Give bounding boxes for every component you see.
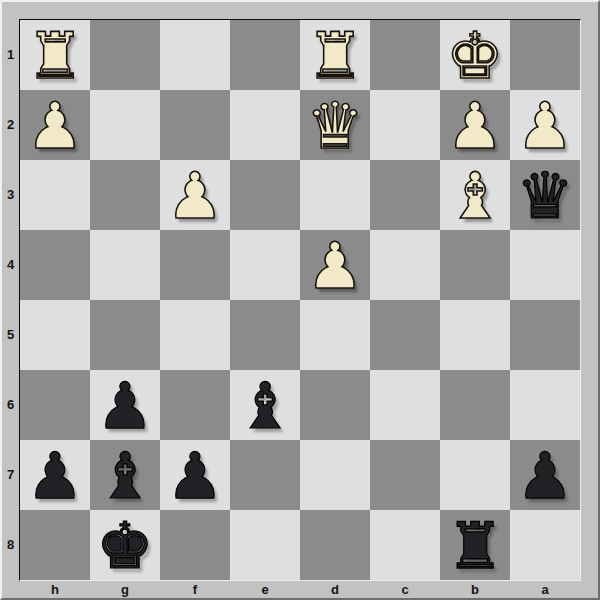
rank-label-2: 2: [2, 90, 19, 160]
square-b6[interactable]: [440, 370, 510, 440]
square-c5[interactable]: [370, 300, 440, 370]
square-g1[interactable]: [90, 20, 160, 90]
white-pawn[interactable]: ♟: [440, 90, 510, 160]
square-d3[interactable]: [300, 160, 370, 230]
square-b1[interactable]: ♚: [440, 20, 510, 90]
square-d5[interactable]: [300, 300, 370, 370]
square-f6[interactable]: [160, 370, 230, 440]
square-e5[interactable]: [230, 300, 300, 370]
square-c6[interactable]: [370, 370, 440, 440]
square-e2[interactable]: [230, 90, 300, 160]
file-label-c: c: [370, 581, 440, 598]
square-b3[interactable]: ♝: [440, 160, 510, 230]
rank-label-3: 3: [2, 160, 19, 230]
black-pawn[interactable]: ♟: [90, 370, 160, 440]
square-f5[interactable]: [160, 300, 230, 370]
square-e4[interactable]: [230, 230, 300, 300]
black-pawn[interactable]: ♟: [20, 440, 90, 510]
square-c4[interactable]: [370, 230, 440, 300]
file-label-e: e: [230, 581, 300, 598]
chess-board: ♜♜♚♟♛♟♟♟♝♛♟♟♝♟♝♟♟♚♜: [19, 19, 581, 581]
square-b5[interactable]: [440, 300, 510, 370]
square-c3[interactable]: [370, 160, 440, 230]
square-a1[interactable]: [510, 20, 580, 90]
rank-label-8: 8: [2, 510, 19, 580]
square-g5[interactable]: [90, 300, 160, 370]
square-e3[interactable]: [230, 160, 300, 230]
square-f2[interactable]: [160, 90, 230, 160]
square-a6[interactable]: [510, 370, 580, 440]
rank-label-7: 7: [2, 440, 19, 510]
square-d6[interactable]: [300, 370, 370, 440]
square-e7[interactable]: [230, 440, 300, 510]
black-pawn[interactable]: ♟: [510, 440, 580, 510]
square-h1[interactable]: ♜: [20, 20, 90, 90]
square-d8[interactable]: [300, 510, 370, 580]
square-f3[interactable]: ♟: [160, 160, 230, 230]
white-pawn[interactable]: ♟: [20, 90, 90, 160]
white-pawn[interactable]: ♟: [510, 90, 580, 160]
square-a3[interactable]: ♛: [510, 160, 580, 230]
file-label-f: f: [160, 581, 230, 598]
square-h8[interactable]: [20, 510, 90, 580]
square-h3[interactable]: [20, 160, 90, 230]
square-h4[interactable]: [20, 230, 90, 300]
file-label-a: a: [510, 581, 580, 598]
rank-labels: 12345678: [2, 20, 19, 580]
black-rook[interactable]: ♜: [440, 510, 510, 580]
white-rook[interactable]: ♜: [20, 20, 90, 90]
square-c1[interactable]: [370, 20, 440, 90]
rank-label-1: 1: [2, 20, 19, 90]
square-g8[interactable]: ♚: [90, 510, 160, 580]
file-labels: hgfedcba: [20, 581, 580, 598]
square-h2[interactable]: ♟: [20, 90, 90, 160]
square-a5[interactable]: [510, 300, 580, 370]
chess-app-window: ♜♜♚♟♛♟♟♟♝♛♟♟♝♟♝♟♟♚♜ 12345678 hgfedcba: [0, 0, 600, 600]
square-c2[interactable]: [370, 90, 440, 160]
square-e6[interactable]: ♝: [230, 370, 300, 440]
square-b2[interactable]: ♟: [440, 90, 510, 160]
square-c7[interactable]: [370, 440, 440, 510]
square-g6[interactable]: ♟: [90, 370, 160, 440]
black-pawn[interactable]: ♟: [160, 440, 230, 510]
square-h7[interactable]: ♟: [20, 440, 90, 510]
square-f7[interactable]: ♟: [160, 440, 230, 510]
white-pawn[interactable]: ♟: [160, 160, 230, 230]
white-bishop[interactable]: ♝: [440, 160, 510, 230]
white-pawn[interactable]: ♟: [300, 230, 370, 300]
square-a8[interactable]: [510, 510, 580, 580]
rank-label-5: 5: [2, 300, 19, 370]
square-d4[interactable]: ♟: [300, 230, 370, 300]
black-king[interactable]: ♚: [90, 510, 160, 580]
square-b8[interactable]: ♜: [440, 510, 510, 580]
black-bishop[interactable]: ♝: [90, 440, 160, 510]
white-rook[interactable]: ♜: [300, 20, 370, 90]
square-d7[interactable]: [300, 440, 370, 510]
square-f1[interactable]: [160, 20, 230, 90]
square-g7[interactable]: ♝: [90, 440, 160, 510]
square-e1[interactable]: [230, 20, 300, 90]
file-label-b: b: [440, 581, 510, 598]
square-g4[interactable]: [90, 230, 160, 300]
black-queen[interactable]: ♛: [510, 160, 580, 230]
square-a4[interactable]: [510, 230, 580, 300]
square-d2[interactable]: ♛: [300, 90, 370, 160]
black-bishop[interactable]: ♝: [230, 370, 300, 440]
file-label-d: d: [300, 581, 370, 598]
rank-label-6: 6: [2, 370, 19, 440]
rank-label-4: 4: [2, 230, 19, 300]
white-king[interactable]: ♚: [440, 20, 510, 90]
square-c8[interactable]: [370, 510, 440, 580]
square-h5[interactable]: [20, 300, 90, 370]
file-label-g: g: [90, 581, 160, 598]
square-h6[interactable]: [20, 370, 90, 440]
square-a7[interactable]: ♟: [510, 440, 580, 510]
file-label-h: h: [20, 581, 90, 598]
square-f8[interactable]: [160, 510, 230, 580]
square-e8[interactable]: [230, 510, 300, 580]
white-queen[interactable]: ♛: [300, 90, 370, 160]
square-b4[interactable]: [440, 230, 510, 300]
square-g2[interactable]: [90, 90, 160, 160]
square-b7[interactable]: [440, 440, 510, 510]
square-d1[interactable]: ♜: [300, 20, 370, 90]
square-a2[interactable]: ♟: [510, 90, 580, 160]
square-f4[interactable]: [160, 230, 230, 300]
square-g3[interactable]: [90, 160, 160, 230]
